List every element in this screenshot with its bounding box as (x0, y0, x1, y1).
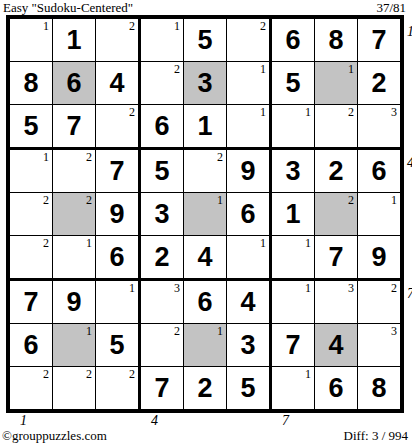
corner-mark: 1 (260, 105, 266, 119)
given-digit: 3 (184, 62, 226, 104)
given-digit: 9 (96, 193, 138, 235)
board-row-6: 216241179 (10, 236, 400, 281)
given-digit: 5 (96, 324, 138, 366)
given-digit: 6 (184, 281, 226, 323)
cell-r6c8[interactable]: 7 (315, 236, 358, 281)
cell-r2c8[interactable]: 1 (315, 62, 358, 105)
given-digit: 5 (227, 367, 269, 409)
cell-r6c9[interactable]: 9 (358, 236, 400, 281)
given-digit: 4 (96, 62, 138, 104)
given-digit: 9 (53, 281, 95, 323)
given-digit: 3 (141, 193, 183, 235)
given-digit: 6 (315, 367, 357, 409)
cell-r5c6[interactable]: 6 (227, 193, 272, 236)
given-digit: 1 (184, 105, 226, 147)
given-digit: 6 (10, 324, 52, 366)
cell-r1c7[interactable]: 6 (272, 19, 315, 62)
given-digit: 1 (53, 19, 95, 61)
given-digit: 1 (272, 193, 314, 235)
cell-r4c4[interactable]: 5 (141, 150, 184, 193)
cell-r8c7[interactable]: 7 (272, 324, 315, 367)
cell-r3c6[interactable]: 1 (227, 105, 272, 150)
corner-mark: 2 (174, 62, 180, 76)
cell-r1c6[interactable]: 2 (227, 19, 272, 62)
board-row-5: 229316121 (10, 193, 400, 236)
given-digit: 8 (315, 19, 357, 61)
corner-mark: 1 (174, 19, 180, 33)
given-digit: 5 (272, 62, 314, 104)
cell-r9c1[interactable]: 2 (10, 367, 53, 409)
sudoku-puzzle-page: Easy "Sudoku-Centered" 37/81 11215268786… (0, 0, 412, 445)
cell-r7c2[interactable]: 9 (53, 281, 96, 324)
corner-mark: 1 (86, 324, 92, 338)
corner-mark: 1 (217, 324, 223, 338)
corner-mark: 2 (43, 193, 49, 207)
cell-r7c7[interactable]: 1 (272, 281, 315, 324)
corner-mark: 2 (129, 367, 135, 381)
cell-r1c1[interactable]: 1 (10, 19, 53, 62)
cell-r5c5[interactable]: 1 (184, 193, 227, 236)
cell-r8c2[interactable]: 1 (53, 324, 96, 367)
cell-r8c3[interactable]: 5 (96, 324, 141, 367)
corner-mark: 3 (391, 324, 397, 338)
cell-r1c3[interactable]: 2 (96, 19, 141, 62)
given-digit: 2 (184, 367, 226, 409)
corner-mark: 1 (305, 105, 311, 119)
cell-r6c7[interactable]: 1 (272, 236, 315, 281)
given-digit: 4 (227, 281, 269, 323)
cell-r9c8[interactable]: 6 (315, 367, 358, 409)
cell-r9c7[interactable]: 1 (272, 367, 315, 409)
given-digit: 3 (227, 324, 269, 366)
corner-mark: 2 (43, 367, 49, 381)
cell-r5c4[interactable]: 3 (141, 193, 184, 236)
cell-r3c9[interactable]: 3 (358, 105, 400, 150)
cell-r1c4[interactable]: 1 (141, 19, 184, 62)
corner-mark: 1 (260, 236, 266, 250)
cell-r7c5[interactable]: 6 (184, 281, 227, 324)
given-digit: 5 (141, 150, 183, 192)
corner-mark: 2 (86, 367, 92, 381)
given-digit: 9 (227, 150, 269, 192)
cell-r3c8[interactable]: 2 (315, 105, 358, 150)
cell-r4c3[interactable]: 7 (96, 150, 141, 193)
given-digit: 6 (272, 19, 314, 61)
cell-r3c2[interactable]: 7 (53, 105, 96, 150)
sudoku-board: 1121526878642315125726111231275293262293… (6, 15, 404, 413)
cell-r9c6[interactable]: 5 (227, 367, 272, 409)
given-digit: 6 (96, 236, 138, 278)
cell-r9c2[interactable]: 2 (53, 367, 96, 409)
given-digit: 7 (96, 150, 138, 192)
board-row-9: 222725168 (10, 367, 400, 409)
given-digit: 6 (53, 62, 95, 104)
corner-mark: 3 (348, 281, 354, 295)
corner-mark: 1 (391, 193, 397, 207)
given-digit: 5 (10, 105, 52, 147)
given-digit: 8 (10, 62, 52, 104)
cell-r8c6[interactable]: 3 (227, 324, 272, 367)
row-label-1: 1 (407, 24, 412, 40)
row-label-7: 7 (407, 286, 412, 302)
corner-mark: 2 (86, 150, 92, 164)
given-digit: 6 (358, 150, 400, 192)
corner-mark: 2 (86, 193, 92, 207)
given-digit: 8 (358, 367, 400, 409)
cell-r7c8[interactable]: 3 (315, 281, 358, 324)
cell-r4c5[interactable]: 2 (184, 150, 227, 193)
cell-r3c4[interactable]: 6 (141, 105, 184, 150)
given-digit: 6 (227, 193, 269, 235)
cell-r8c4[interactable]: 2 (141, 324, 184, 367)
cell-r7c1[interactable]: 7 (10, 281, 53, 324)
corner-mark: 1 (260, 62, 266, 76)
cell-r2c7[interactable]: 5 (272, 62, 315, 105)
corner-mark: 1 (305, 236, 311, 250)
corner-mark: 1 (348, 62, 354, 76)
board-row-7: 791364132 (10, 281, 400, 324)
cell-r2c3[interactable]: 4 (96, 62, 141, 105)
puzzle-title: Easy "Sudoku-Centered" (3, 0, 133, 16)
given-digit: 4 (315, 324, 357, 366)
cell-r7c3[interactable]: 1 (96, 281, 141, 324)
cell-r3c3[interactable]: 2 (96, 105, 141, 150)
cell-r8c5[interactable]: 1 (184, 324, 227, 367)
cell-r4c7[interactable]: 3 (272, 150, 315, 193)
cell-r4c2[interactable]: 2 (53, 150, 96, 193)
cell-r2c1[interactable]: 8 (10, 62, 53, 105)
cell-r5c3[interactable]: 9 (96, 193, 141, 236)
board-row-4: 127529326 (10, 150, 400, 193)
corner-mark: 2 (43, 236, 49, 250)
cell-r9c9[interactable]: 8 (358, 367, 400, 409)
cell-r5c2[interactable]: 2 (53, 193, 96, 236)
row-label-4: 4 (407, 155, 412, 171)
given-digit: 2 (358, 62, 400, 104)
cell-r4c1[interactable]: 1 (10, 150, 53, 193)
cell-r9c4[interactable]: 7 (141, 367, 184, 409)
cell-r1c5[interactable]: 5 (184, 19, 227, 62)
given-digit: 9 (358, 236, 400, 278)
board-row-1: 112152687 (10, 19, 400, 62)
corner-mark: 1 (43, 19, 49, 33)
corner-mark: 1 (43, 150, 49, 164)
cell-r5c7[interactable]: 1 (272, 193, 315, 236)
corner-mark: 3 (174, 281, 180, 295)
given-digit: 3 (272, 150, 314, 192)
cell-r3c1[interactable]: 5 (10, 105, 53, 150)
cell-r2c5[interactable]: 3 (184, 62, 227, 105)
cell-r6c6[interactable]: 1 (227, 236, 272, 281)
corner-mark: 2 (391, 281, 397, 295)
corner-mark: 1 (129, 281, 135, 295)
given-digit: 7 (272, 324, 314, 366)
cell-r6c5[interactable]: 4 (184, 236, 227, 281)
board-row-2: 864231512 (10, 62, 400, 105)
board-row-3: 572611123 (10, 105, 400, 150)
cell-r3c7[interactable]: 1 (272, 105, 315, 150)
cell-r3c5[interactable]: 1 (184, 105, 227, 150)
cell-r6c2[interactable]: 1 (53, 236, 96, 281)
cell-r7c4[interactable]: 3 (141, 281, 184, 324)
given-digit: 7 (53, 105, 95, 147)
difficulty-text: Diff: 3 / 994 (344, 428, 408, 444)
cell-r6c4[interactable]: 2 (141, 236, 184, 281)
cell-r8c9[interactable]: 3 (358, 324, 400, 367)
given-digit: 2 (141, 236, 183, 278)
cell-r4c9[interactable]: 6 (358, 150, 400, 193)
cell-r7c6[interactable]: 4 (227, 281, 272, 324)
col-label-1: 1 (20, 413, 27, 429)
given-digit: 6 (141, 105, 183, 147)
cell-r4c6[interactable]: 9 (227, 150, 272, 193)
corner-mark: 1 (86, 236, 92, 250)
col-label-4: 4 (151, 413, 158, 429)
corner-mark: 2 (260, 19, 266, 33)
cell-r2c6[interactable]: 1 (227, 62, 272, 105)
corner-mark: 1 (305, 281, 311, 295)
board-row-8: 615213743 (10, 324, 400, 367)
given-digit: 7 (315, 236, 357, 278)
cell-r8c8[interactable]: 4 (315, 324, 358, 367)
given-cell-counter: 37/81 (376, 0, 406, 16)
given-digit: 2 (315, 150, 357, 192)
given-digit: 5 (184, 19, 226, 61)
corner-mark: 1 (305, 367, 311, 381)
given-digit: 4 (184, 236, 226, 278)
corner-mark: 2 (217, 150, 223, 164)
corner-mark: 2 (174, 324, 180, 338)
corner-mark: 2 (129, 19, 135, 33)
given-digit: 7 (358, 19, 400, 61)
cell-r5c9[interactable]: 1 (358, 193, 400, 236)
cell-r2c9[interactable]: 2 (358, 62, 400, 105)
cell-r5c1[interactable]: 2 (10, 193, 53, 236)
cell-r8c1[interactable]: 6 (10, 324, 53, 367)
corner-mark: 3 (391, 105, 397, 119)
cell-r4c8[interactable]: 2 (315, 150, 358, 193)
cell-r6c3[interactable]: 6 (96, 236, 141, 281)
cell-r5c8[interactable]: 2 (315, 193, 358, 236)
cell-r1c2[interactable]: 1 (53, 19, 96, 62)
col-label-7: 7 (282, 413, 289, 429)
cell-r2c4[interactable]: 2 (141, 62, 184, 105)
corner-mark: 1 (217, 193, 223, 207)
cell-r1c8[interactable]: 8 (315, 19, 358, 62)
given-digit: 7 (141, 367, 183, 409)
cell-r9c5[interactable]: 2 (184, 367, 227, 409)
cell-r6c1[interactable]: 2 (10, 236, 53, 281)
cell-r2c2[interactable]: 6 (53, 62, 96, 105)
cell-r9c3[interactable]: 2 (96, 367, 141, 409)
copyright-text: ©grouppuzzles.com (2, 428, 107, 444)
cell-r7c9[interactable]: 2 (358, 281, 400, 324)
corner-mark: 2 (348, 105, 354, 119)
given-digit: 7 (10, 281, 52, 323)
cell-r1c9[interactable]: 7 (358, 19, 400, 62)
corner-mark: 2 (129, 105, 135, 119)
corner-mark: 2 (348, 193, 354, 207)
